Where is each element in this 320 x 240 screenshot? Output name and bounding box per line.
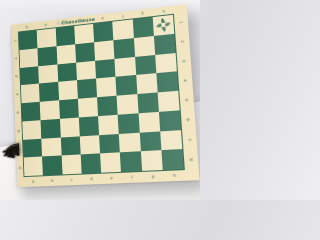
square-g4 [137,92,159,113]
square-b4 [40,100,60,120]
square-a1 [24,157,43,176]
square-b7 [38,46,57,66]
square-h2 [160,130,182,151]
square-e5 [96,77,117,97]
square-c3 [59,117,79,137]
square-f7 [114,38,135,59]
coordinate-label: b [42,176,62,185]
square-h3 [159,110,181,131]
emblem-knight-icon: ♞ [156,22,164,29]
square-g8 [132,17,153,38]
square-f1 [120,151,142,171]
square-e6 [95,58,116,78]
square-b2 [41,137,61,157]
square-f8 [113,19,134,40]
square-d7 [75,42,95,62]
square-d3 [79,116,99,136]
square-e7 [94,40,115,60]
square-c8 [55,26,75,46]
square-d4 [78,97,98,117]
square-h1 [161,149,184,170]
brand-emblem-four-knights: ♞♞♞♞ [152,15,174,36]
square-c2 [60,136,80,156]
square-h6 [155,53,177,74]
square-c7 [56,44,76,64]
coordinate-label: d [81,175,101,184]
square-f4 [117,94,138,114]
square-b1 [42,156,62,176]
coordinate-label: f [122,173,143,182]
square-c6 [57,62,77,82]
square-e1 [100,153,121,173]
square-g6 [135,55,157,76]
fallen-black-knight: ♞ [0,139,23,163]
square-e4 [97,96,118,116]
square-g7 [133,36,154,57]
chess-board: ♘ ChessHouse abcdefgh abcdefgh 12345678 … [11,4,199,187]
square-a6 [20,66,39,86]
square-b5 [39,82,58,102]
square-g2 [139,131,161,152]
square-e8 [93,22,113,42]
square-b6 [38,64,57,84]
coordinate-label: e [101,174,122,183]
coordinate-label: g [142,172,164,181]
square-a8 [19,30,38,50]
square-h4 [157,91,179,112]
square-g5 [136,73,158,94]
square-c5 [58,80,78,100]
square-d5 [77,79,97,99]
coordinate-label: a [24,177,43,186]
coordinate-label: c [62,176,82,185]
square-b8 [37,28,56,48]
square-c4 [59,99,79,119]
square-b3 [41,119,61,139]
square-d8 [74,24,94,44]
square-a4 [22,102,41,121]
square-a7 [19,48,38,68]
square-g3 [138,112,160,133]
square-f6 [115,56,136,76]
square-d1 [80,154,101,174]
square-a3 [22,120,41,139]
square-f2 [119,132,140,152]
square-a5 [21,84,40,104]
coordinate-label: h [163,171,185,180]
square-h5 [156,72,178,93]
square-c1 [61,155,81,175]
square-f3 [118,113,139,133]
square-a2 [23,138,42,157]
square-g1 [140,150,162,171]
square-h8: ♞♞♞♞ [152,15,174,36]
square-e3 [98,114,119,134]
square-e2 [99,133,120,153]
square-h7 [154,34,176,55]
photo-scene: ♘ ChessHouse abcdefgh abcdefgh 12345678 … [0,0,200,200]
square-f5 [116,75,137,95]
board-grid: ♞♞♞♞ [18,14,185,177]
square-d2 [80,135,101,155]
square-d6 [76,60,96,80]
